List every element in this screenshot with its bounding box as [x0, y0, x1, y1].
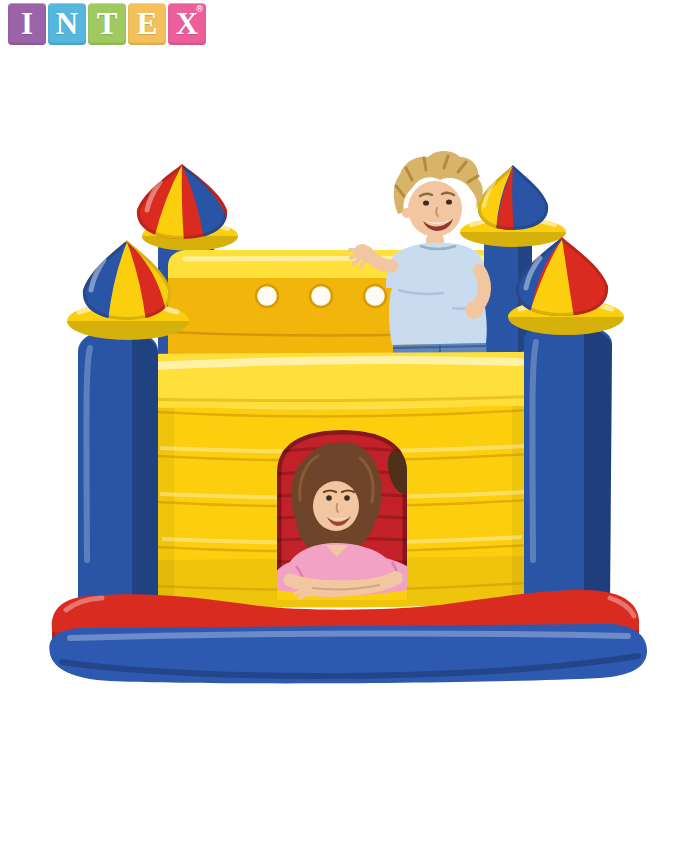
window-hole: [310, 285, 332, 307]
doorway: [270, 430, 422, 618]
window-hole: [256, 285, 278, 307]
castle-bouncer-illustration: [0, 0, 680, 850]
window-holes: [256, 285, 386, 307]
base-blue-ring: [49, 624, 647, 684]
window-hole: [364, 285, 386, 307]
boy-left-arm: [478, 270, 485, 306]
product-photo-page: I N T E X ®: [0, 0, 680, 850]
boy-left-hand: [465, 301, 483, 319]
